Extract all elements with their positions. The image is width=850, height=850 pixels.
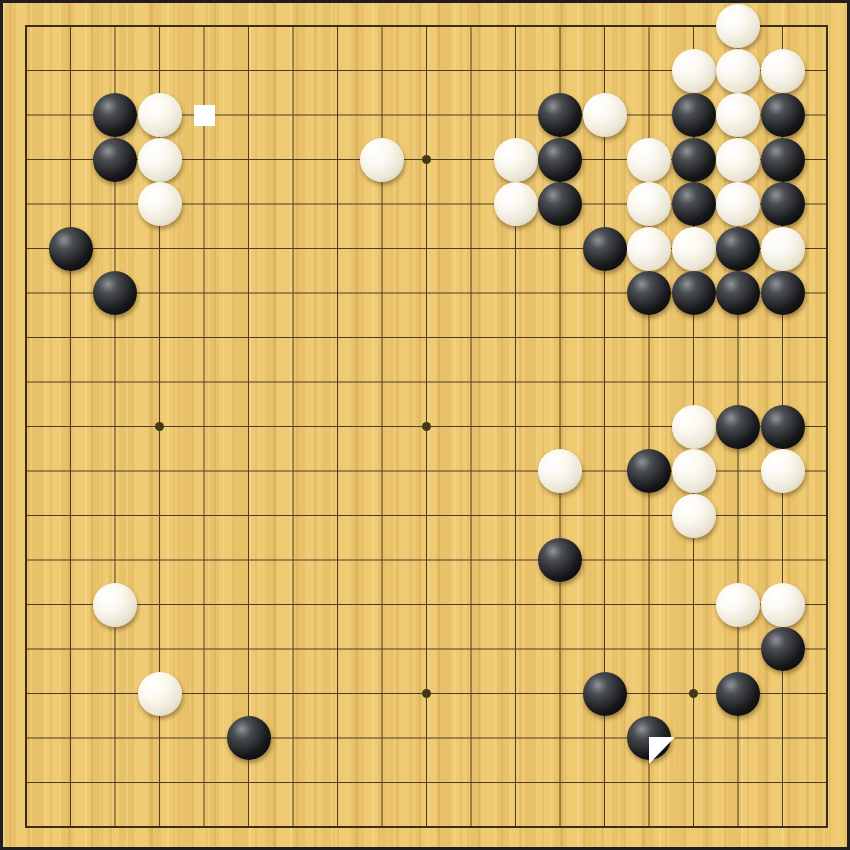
white-stone: ○ (627, 182, 671, 226)
black-stone: ● (538, 182, 582, 226)
white-stone: ○ (716, 182, 760, 226)
black-stone: ● (716, 672, 760, 716)
black-stone-glyph: ● (721, 408, 754, 446)
star-point (422, 422, 431, 431)
black-stone-glyph: ● (632, 452, 665, 490)
white-stone: ○ (761, 449, 805, 493)
black-stone: ● (716, 227, 760, 271)
white-stone: ○ (716, 4, 760, 48)
white-stone: ○ (672, 49, 716, 93)
black-stone-glyph: ● (766, 408, 799, 446)
white-stone: ○ (627, 227, 671, 271)
black-stone-glyph: ● (543, 541, 576, 579)
white-stone: ○ (761, 227, 805, 271)
screenshot-root: ○○○○●○●○●○●●○○○●○●○●○○●○●○●●●○○●○●●●●●○●… (0, 0, 850, 850)
black-stone: ● (672, 271, 716, 315)
black-stone: ● (761, 271, 805, 315)
black-stone: ● (761, 93, 805, 137)
black-stone-glyph: ● (588, 230, 621, 268)
white-stone: ○ (716, 93, 760, 137)
black-stone: ● (93, 271, 137, 315)
black-stone-glyph: ● (677, 274, 710, 312)
white-stone: ○ (583, 93, 627, 137)
black-stone: ● (627, 271, 671, 315)
white-stone-glyph: ○ (143, 141, 176, 179)
black-stone-glyph: ● (98, 96, 131, 134)
white-stone-glyph: ○ (588, 96, 621, 134)
black-stone-glyph: ● (543, 141, 576, 179)
white-stone: ○ (138, 672, 182, 716)
black-stone: ● (716, 271, 760, 315)
white-stone-glyph: ○ (721, 185, 754, 223)
black-stone: ● (93, 93, 137, 137)
white-stone-glyph: ○ (721, 141, 754, 179)
white-stone: ○ (627, 138, 671, 182)
black-stone: ● (672, 93, 716, 137)
white-stone: ○ (494, 138, 538, 182)
black-stone: ● (761, 138, 805, 182)
black-stone: ● (583, 227, 627, 271)
black-stone-glyph: ● (98, 141, 131, 179)
black-stone: ● (538, 93, 582, 137)
go-board[interactable]: ○○○○●○●○●○●●○○○●○●○●○○●○●○●●●○○●○●●●●●○●… (3, 3, 847, 847)
black-stone: ● (672, 182, 716, 226)
star-point (422, 155, 431, 164)
black-stone-glyph: ● (677, 185, 710, 223)
black-stone-glyph: ● (588, 675, 621, 713)
black-stone: ● (627, 449, 671, 493)
white-stone-glyph: ○ (632, 185, 665, 223)
white-stone-glyph: ○ (721, 586, 754, 624)
black-stone-glyph: ● (766, 274, 799, 312)
star-point (422, 689, 431, 698)
black-stone: ● (761, 627, 805, 671)
black-stone-glyph: ● (677, 141, 710, 179)
square-marker (194, 105, 215, 126)
white-stone-glyph: ○ (721, 52, 754, 90)
white-stone-glyph: ○ (721, 7, 754, 45)
black-stone-glyph: ● (766, 141, 799, 179)
white-stone-glyph: ○ (766, 52, 799, 90)
black-stone-glyph: ● (766, 630, 799, 668)
white-stone-glyph: ○ (499, 185, 532, 223)
white-stone: ○ (672, 405, 716, 449)
white-stone-glyph: ○ (143, 96, 176, 134)
white-stone: ○ (761, 583, 805, 627)
white-stone: ○ (716, 583, 760, 627)
white-stone: ○ (761, 49, 805, 93)
star-point (689, 689, 698, 698)
white-stone: ○ (716, 138, 760, 182)
black-stone: ● (538, 538, 582, 582)
black-stone: ● (583, 672, 627, 716)
black-stone: ● (672, 138, 716, 182)
white-stone: ○ (360, 138, 404, 182)
white-stone-glyph: ○ (677, 497, 710, 535)
black-stone-glyph: ● (721, 675, 754, 713)
star-point (155, 422, 164, 431)
black-stone-glyph: ● (543, 96, 576, 134)
white-stone-glyph: ○ (677, 452, 710, 490)
black-stone-glyph: ● (721, 274, 754, 312)
white-stone-glyph: ○ (721, 96, 754, 134)
white-stone: ○ (672, 227, 716, 271)
white-stone: ○ (716, 49, 760, 93)
white-stone-glyph: ○ (766, 586, 799, 624)
white-stone-glyph: ○ (98, 586, 131, 624)
white-stone-glyph: ○ (766, 452, 799, 490)
black-stone-glyph: ● (54, 230, 87, 268)
black-stone-glyph: ● (766, 185, 799, 223)
white-stone-glyph: ○ (143, 675, 176, 713)
white-stone: ○ (138, 182, 182, 226)
white-stone-glyph: ○ (677, 52, 710, 90)
black-stone-glyph: ● (677, 96, 710, 134)
white-stone: ○ (494, 182, 538, 226)
black-stone: ● (538, 138, 582, 182)
white-stone-glyph: ○ (543, 452, 576, 490)
white-stone-glyph: ○ (677, 408, 710, 446)
white-stone: ○ (138, 138, 182, 182)
white-stone: ○ (672, 449, 716, 493)
black-stone-glyph: ● (232, 719, 265, 757)
black-stone: ● (227, 716, 271, 760)
black-stone-glyph: ● (632, 274, 665, 312)
black-stone-glyph: ● (543, 185, 576, 223)
white-stone-glyph: ○ (365, 141, 398, 179)
white-stone: ○ (672, 494, 716, 538)
black-stone: ● (49, 227, 93, 271)
black-stone-glyph: ● (721, 230, 754, 268)
black-stone-glyph: ● (98, 274, 131, 312)
black-stone: ● (761, 182, 805, 226)
white-stone-glyph: ○ (143, 185, 176, 223)
white-stone-glyph: ○ (766, 230, 799, 268)
white-stone: ○ (138, 93, 182, 137)
white-stone-glyph: ○ (677, 230, 710, 268)
white-stone-glyph: ○ (632, 141, 665, 179)
white-stone-glyph: ○ (499, 141, 532, 179)
black-stone: ● (93, 138, 137, 182)
black-stone-glyph: ● (766, 96, 799, 134)
black-stone: ● (761, 405, 805, 449)
white-stone: ○ (538, 449, 582, 493)
black-stone: ● (716, 405, 760, 449)
white-stone-glyph: ○ (632, 230, 665, 268)
white-stone: ○ (93, 583, 137, 627)
